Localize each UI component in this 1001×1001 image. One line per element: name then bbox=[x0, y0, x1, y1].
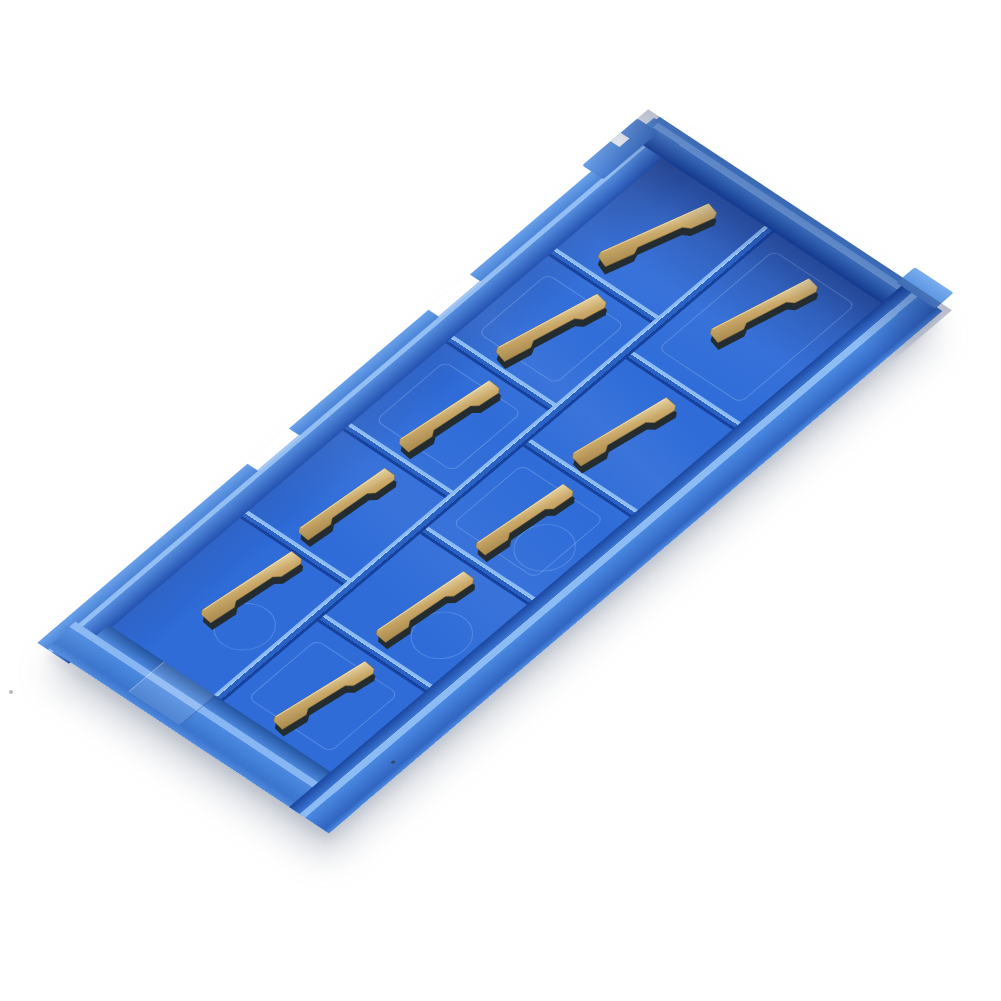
insert-box bbox=[49, 126, 942, 833]
photo-stage bbox=[0, 0, 1001, 1001]
dust-speck bbox=[9, 690, 13, 694]
